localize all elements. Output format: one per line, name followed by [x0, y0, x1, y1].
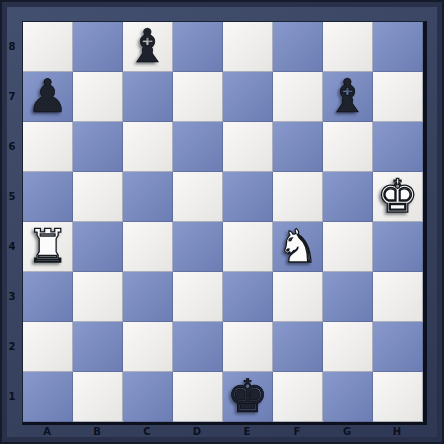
- square-a4[interactable]: ♜: [23, 222, 73, 272]
- file-labels: ABCDEFGH: [22, 424, 422, 439]
- file-label-e: E: [222, 424, 272, 439]
- square-a6[interactable]: [23, 122, 73, 172]
- black-pawn[interactable]: ♟: [27, 71, 68, 121]
- square-e1[interactable]: ♚: [223, 372, 273, 422]
- square-g5[interactable]: [323, 172, 373, 222]
- square-f2[interactable]: [273, 322, 323, 372]
- chessboard-frame: 87654321 ♝♟♝♚♜♞♚ ABCDEFGH: [0, 0, 444, 444]
- square-b2[interactable]: [73, 322, 123, 372]
- chess-board: ♝♟♝♚♜♞♚: [22, 21, 427, 425]
- white-king[interactable]: ♚: [377, 171, 418, 221]
- square-c6[interactable]: [123, 122, 173, 172]
- file-label-a: A: [22, 424, 72, 439]
- square-a7[interactable]: ♟: [23, 72, 73, 122]
- square-a2[interactable]: [23, 322, 73, 372]
- black-king[interactable]: ♚: [227, 371, 268, 421]
- square-d6[interactable]: [173, 122, 223, 172]
- square-d8[interactable]: [173, 22, 223, 72]
- square-b7[interactable]: [73, 72, 123, 122]
- square-d7[interactable]: [173, 72, 223, 122]
- square-h7[interactable]: [373, 72, 423, 122]
- square-c2[interactable]: [123, 322, 173, 372]
- square-a5[interactable]: [23, 172, 73, 222]
- square-c3[interactable]: [123, 272, 173, 322]
- square-e5[interactable]: [223, 172, 273, 222]
- rank-label-1: 1: [4, 371, 20, 421]
- square-h8[interactable]: [373, 22, 423, 72]
- file-label-d: D: [172, 424, 222, 439]
- file-label-b: B: [72, 424, 122, 439]
- square-e8[interactable]: [223, 22, 273, 72]
- rank-label-3: 3: [4, 271, 20, 321]
- square-c5[interactable]: [123, 172, 173, 222]
- rank-labels: 87654321: [4, 21, 20, 421]
- square-b8[interactable]: [73, 22, 123, 72]
- square-f6[interactable]: [273, 122, 323, 172]
- square-g7[interactable]: ♝: [323, 72, 373, 122]
- white-rook[interactable]: ♜: [27, 221, 68, 271]
- square-e2[interactable]: [223, 322, 273, 372]
- square-g6[interactable]: [323, 122, 373, 172]
- square-f8[interactable]: [273, 22, 323, 72]
- square-c7[interactable]: [123, 72, 173, 122]
- rank-label-7: 7: [4, 71, 20, 121]
- square-d4[interactable]: [173, 222, 223, 272]
- square-h3[interactable]: [373, 272, 423, 322]
- square-d5[interactable]: [173, 172, 223, 222]
- square-e3[interactable]: [223, 272, 273, 322]
- square-b4[interactable]: [73, 222, 123, 272]
- file-label-h: H: [372, 424, 422, 439]
- square-a3[interactable]: [23, 272, 73, 322]
- square-f7[interactable]: [273, 72, 323, 122]
- square-g8[interactable]: [323, 22, 373, 72]
- square-c4[interactable]: [123, 222, 173, 272]
- square-a8[interactable]: [23, 22, 73, 72]
- file-label-g: G: [322, 424, 372, 439]
- square-b6[interactable]: [73, 122, 123, 172]
- rank-label-6: 6: [4, 121, 20, 171]
- square-e7[interactable]: [223, 72, 273, 122]
- square-d2[interactable]: [173, 322, 223, 372]
- square-g4[interactable]: [323, 222, 373, 272]
- file-label-f: F: [272, 424, 322, 439]
- square-e4[interactable]: [223, 222, 273, 272]
- square-h1[interactable]: [373, 372, 423, 422]
- square-b1[interactable]: [73, 372, 123, 422]
- black-bishop[interactable]: ♝: [127, 21, 168, 71]
- square-d1[interactable]: [173, 372, 223, 422]
- square-g1[interactable]: [323, 372, 373, 422]
- square-f5[interactable]: [273, 172, 323, 222]
- black-bishop[interactable]: ♝: [327, 71, 368, 121]
- rank-label-8: 8: [4, 21, 20, 71]
- square-f1[interactable]: [273, 372, 323, 422]
- square-e6[interactable]: [223, 122, 273, 172]
- white-knight[interactable]: ♞: [277, 221, 318, 271]
- square-f3[interactable]: [273, 272, 323, 322]
- square-h6[interactable]: [373, 122, 423, 172]
- square-h2[interactable]: [373, 322, 423, 372]
- square-b3[interactable]: [73, 272, 123, 322]
- square-d3[interactable]: [173, 272, 223, 322]
- square-a1[interactable]: [23, 372, 73, 422]
- square-h4[interactable]: [373, 222, 423, 272]
- rank-label-5: 5: [4, 171, 20, 221]
- square-h5[interactable]: ♚: [373, 172, 423, 222]
- square-b5[interactable]: [73, 172, 123, 222]
- square-c8[interactable]: ♝: [123, 22, 173, 72]
- square-c1[interactable]: [123, 372, 173, 422]
- square-g3[interactable]: [323, 272, 373, 322]
- file-label-c: C: [122, 424, 172, 439]
- square-g2[interactable]: [323, 322, 373, 372]
- rank-label-2: 2: [4, 321, 20, 371]
- rank-label-4: 4: [4, 221, 20, 271]
- square-f4[interactable]: ♞: [273, 222, 323, 272]
